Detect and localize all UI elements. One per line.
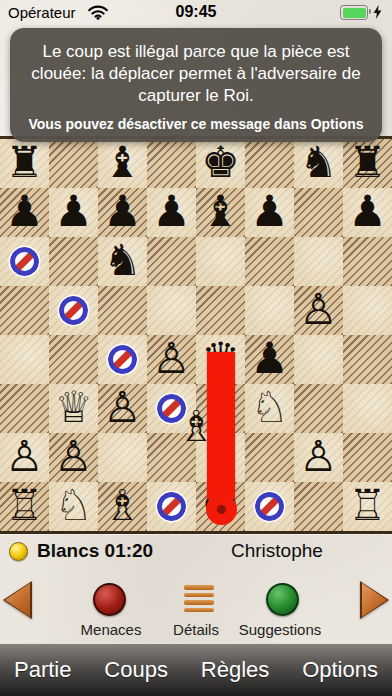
square-g6[interactable] xyxy=(294,237,343,286)
square-a2[interactable]: ♙ xyxy=(0,433,49,482)
square-b8[interactable] xyxy=(49,139,98,188)
square-h6[interactable] xyxy=(343,237,392,286)
piece-bQ-e4[interactable]: ♛ xyxy=(196,335,245,384)
suggestions-toggle-button[interactable] xyxy=(266,583,299,616)
square-b5[interactable] xyxy=(49,286,98,335)
battery-icon xyxy=(340,5,382,19)
piece-bP-a7[interactable]: ♟ xyxy=(0,188,49,237)
square-d7[interactable]: ♟ xyxy=(147,188,196,237)
menaces-label: Menaces xyxy=(81,621,142,638)
square-e5[interactable] xyxy=(196,286,245,335)
square-c3[interactable]: ♙ xyxy=(98,384,147,433)
piece-wK-e1[interactable]: ♔ xyxy=(196,482,245,531)
piece-wP-c3[interactable]: ♙ xyxy=(98,384,147,433)
square-d6[interactable] xyxy=(147,237,196,286)
illegal-move-icon-b5 xyxy=(59,296,88,325)
square-a3[interactable] xyxy=(0,384,49,433)
illegal-move-icon-d3 xyxy=(157,394,186,423)
square-a4[interactable] xyxy=(0,335,49,384)
square-f5[interactable] xyxy=(245,286,294,335)
square-h7[interactable]: ♟ xyxy=(343,188,392,237)
square-d4[interactable]: ♙ xyxy=(147,335,196,384)
square-b3[interactable]: ♕ xyxy=(49,384,98,433)
square-b6[interactable] xyxy=(49,237,98,286)
square-c6[interactable]: ♞ xyxy=(98,237,147,286)
piece-bR-h8[interactable]: ♜ xyxy=(343,139,392,188)
square-g5[interactable]: ♙ xyxy=(294,286,343,335)
piece-bP-b7[interactable]: ♟ xyxy=(49,188,98,237)
next-move-button[interactable] xyxy=(360,581,389,619)
square-b7[interactable]: ♟ xyxy=(49,188,98,237)
piece-wB-c1[interactable]: ♗ xyxy=(98,482,147,531)
piece-bB-e7[interactable]: ♝ xyxy=(196,188,245,237)
piece-bP-d7[interactable]: ♟ xyxy=(147,188,196,237)
square-h5[interactable] xyxy=(343,286,392,335)
square-a7[interactable]: ♟ xyxy=(0,188,49,237)
tab-coups[interactable]: Coups xyxy=(104,657,168,683)
piece-wP-a2[interactable]: ♙ xyxy=(0,433,49,482)
wifi-icon xyxy=(88,4,108,20)
square-b2[interactable]: ♙ xyxy=(49,433,98,482)
opponent-name: Christophe xyxy=(231,540,323,562)
square-c2[interactable] xyxy=(98,433,147,482)
piece-wP-g5[interactable]: ♙ xyxy=(294,286,343,335)
piece-wP-b2[interactable]: ♙ xyxy=(49,433,98,482)
square-c5[interactable] xyxy=(98,286,147,335)
status-bar: Opérateur 09:45 xyxy=(0,0,392,26)
square-g8[interactable]: ♞ xyxy=(294,139,343,188)
chess-board[interactable]: ♜♝♚♞♜♟♟♟♟♝♟♟♞♙♙♛♟♕♙♘♙♙♗♙♖♘♗♔♖ xyxy=(0,139,392,531)
piece-wR-h1[interactable]: ♖ xyxy=(343,482,392,531)
piece-bP-f4[interactable]: ♟ xyxy=(245,335,294,384)
banner-message: Le coup est illégal parce que la pièce e… xyxy=(26,41,366,107)
square-g7[interactable] xyxy=(294,188,343,237)
square-g4[interactable] xyxy=(294,335,343,384)
status-time: 09:45 xyxy=(176,3,217,21)
square-f2[interactable] xyxy=(245,433,294,482)
players-row: Blancs 01:20 Christophe xyxy=(0,537,392,567)
square-f1[interactable] xyxy=(245,482,294,531)
details-button[interactable] xyxy=(184,585,214,612)
square-a8[interactable]: ♜ xyxy=(0,139,49,188)
piece-wP-d4[interactable]: ♙ xyxy=(147,335,196,384)
piece-wQ-b3[interactable]: ♕ xyxy=(49,384,98,433)
piece-bR-a8[interactable]: ♜ xyxy=(0,139,49,188)
square-a1[interactable]: ♖ xyxy=(0,482,49,531)
banner-footer: Vous pouvez désactiver ce message dans O… xyxy=(26,116,366,132)
square-h2[interactable] xyxy=(343,433,392,482)
square-c1[interactable]: ♗ xyxy=(98,482,147,531)
square-f4[interactable]: ♟ xyxy=(245,335,294,384)
piece-bB-c8[interactable]: ♝ xyxy=(98,139,147,188)
square-g2[interactable]: ♙ xyxy=(294,433,343,482)
square-h3[interactable] xyxy=(343,384,392,433)
square-g3[interactable] xyxy=(294,384,343,433)
square-c7[interactable]: ♟ xyxy=(98,188,147,237)
piece-bN-c6[interactable]: ♞ xyxy=(98,237,147,286)
piece-bN-g8[interactable]: ♞ xyxy=(294,139,343,188)
previous-move-button[interactable] xyxy=(3,581,32,619)
square-e2[interactable]: ♗ xyxy=(196,433,245,482)
square-h8[interactable]: ♜ xyxy=(343,139,392,188)
square-c4[interactable] xyxy=(98,335,147,384)
square-f6[interactable] xyxy=(245,237,294,286)
tab-partie[interactable]: Partie xyxy=(14,657,71,683)
piece-bP-h7[interactable]: ♟ xyxy=(343,188,392,237)
square-g1[interactable] xyxy=(294,482,343,531)
square-c8[interactable]: ♝ xyxy=(98,139,147,188)
square-f7[interactable]: ♟ xyxy=(245,188,294,237)
details-label: Détails xyxy=(173,621,219,638)
square-e4[interactable]: ♛ xyxy=(196,335,245,384)
piece-wN-f3[interactable]: ♘ xyxy=(245,384,294,433)
square-a6[interactable] xyxy=(0,237,49,286)
piece-bP-c7[interactable]: ♟ xyxy=(98,188,147,237)
square-d1[interactable] xyxy=(147,482,196,531)
square-b1[interactable]: ♘ xyxy=(49,482,98,531)
square-d8[interactable] xyxy=(147,139,196,188)
charging-bolt-icon xyxy=(373,5,382,19)
square-b4[interactable] xyxy=(49,335,98,384)
carrier-label: Opérateur xyxy=(8,4,76,21)
board-bottom-border xyxy=(0,531,392,534)
piece-bK-e8[interactable]: ♚ xyxy=(196,139,245,188)
illegal-move-icon-c4 xyxy=(108,345,137,374)
square-f8[interactable] xyxy=(245,139,294,188)
bottom-tab-bar: Partie Coups Règles Options xyxy=(0,643,392,696)
piece-wN-b1[interactable]: ♘ xyxy=(49,482,98,531)
square-h4[interactable] xyxy=(343,335,392,384)
square-e6[interactable] xyxy=(196,237,245,286)
illegal-move-icon-a6 xyxy=(10,247,39,276)
menaces-toggle-button[interactable] xyxy=(93,583,126,616)
piece-wR-a1[interactable]: ♖ xyxy=(0,482,49,531)
illegal-move-banner[interactable]: Le coup est illégal parce que la pièce e… xyxy=(10,28,382,142)
controls-row xyxy=(0,578,392,622)
tab-options[interactable]: Options xyxy=(302,657,378,683)
illegal-move-icon-d1 xyxy=(157,492,186,521)
square-f3[interactable]: ♘ xyxy=(245,384,294,433)
tab-regles[interactable]: Règles xyxy=(201,657,269,683)
piece-wP-g2[interactable]: ♙ xyxy=(294,433,343,482)
suggestions-label: Suggestions xyxy=(239,621,322,638)
illegal-move-icon-f1 xyxy=(255,492,284,521)
square-h1[interactable]: ♖ xyxy=(343,482,392,531)
square-e1[interactable]: ♔ xyxy=(196,482,245,531)
square-e7[interactable]: ♝ xyxy=(196,188,245,237)
white-clock-label: Blancs 01:20 xyxy=(37,540,153,562)
square-a5[interactable] xyxy=(0,286,49,335)
square-e8[interactable]: ♚ xyxy=(196,139,245,188)
piece-bP-f7[interactable]: ♟ xyxy=(245,188,294,237)
turn-indicator-dot xyxy=(9,542,28,561)
square-d5[interactable] xyxy=(147,286,196,335)
